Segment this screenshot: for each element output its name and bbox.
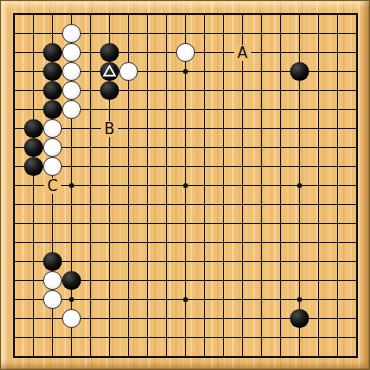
grid-line-horizontal [15,261,357,262]
stone-white-C5[interactable] [43,271,62,290]
star-point [69,183,74,188]
star-point [183,69,188,74]
grid-line-vertical [223,15,224,357]
grid-line-vertical [337,15,338,357]
stone-black-C6[interactable] [43,252,62,271]
stone-white-D14[interactable] [62,100,81,119]
stone-black-Q3[interactable] [290,309,309,328]
stone-black-F17[interactable] [100,43,119,62]
grid-line-horizontal [15,223,357,224]
star-point [297,297,302,302]
star-point [69,297,74,302]
grid-line-vertical [261,15,262,357]
stone-white-D16[interactable] [62,62,81,81]
stone-white-G16[interactable] [119,62,138,81]
grid-line-horizontal [15,204,357,205]
stone-black-B12[interactable] [24,138,43,157]
grid-line-vertical [242,15,243,357]
stone-black-C16[interactable] [43,62,62,81]
go-board[interactable]: ABC [0,0,370,370]
stone-black-F16[interactable] [100,62,119,81]
stone-white-C13[interactable] [43,119,62,138]
point-label-b: B [101,121,118,137]
stone-white-D17[interactable] [62,43,81,62]
stone-white-D3[interactable] [62,309,81,328]
stone-black-C15[interactable] [43,81,62,100]
stone-white-C12[interactable] [43,138,62,157]
star-point [183,183,188,188]
stone-white-D15[interactable] [62,81,81,100]
grid-line-vertical [204,15,205,357]
stone-black-B11[interactable] [24,157,43,176]
stone-black-D5[interactable] [62,271,81,290]
stone-white-C11[interactable] [43,157,62,176]
grid-line-vertical [280,15,281,357]
stone-black-F15[interactable] [100,81,119,100]
stone-white-K17[interactable] [176,43,195,62]
triangle-mark-icon [103,65,116,77]
grid-line-vertical [318,15,319,357]
stone-black-C14[interactable] [43,100,62,119]
stone-black-B13[interactable] [24,119,43,138]
stone-white-D18[interactable] [62,24,81,43]
stone-black-Q16[interactable] [290,62,309,81]
point-label-a: A [234,45,251,61]
grid-line-horizontal [15,337,357,338]
star-point [183,297,188,302]
point-label-c: C [44,178,61,194]
stone-white-C4[interactable] [43,290,62,309]
star-point [297,183,302,188]
stone-black-C17[interactable] [43,43,62,62]
grid-line-horizontal [15,242,357,243]
